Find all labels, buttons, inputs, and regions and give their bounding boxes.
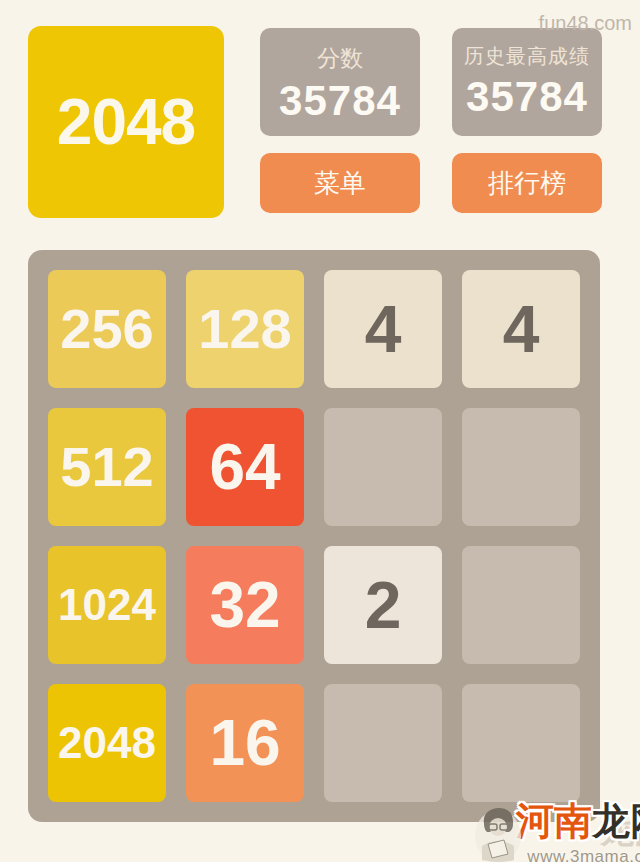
best-score-label: 历史最高成绩: [452, 43, 602, 70]
best-score-value: 35784: [452, 73, 602, 121]
empty-cell: [324, 408, 442, 526]
tile-64: 64: [186, 408, 304, 526]
tile-512: 512: [48, 408, 166, 526]
tile-128: 128: [186, 270, 304, 388]
empty-cell: [324, 684, 442, 802]
site-name-part2: 龙网: [592, 800, 640, 842]
board[interactable]: 25612844512641024322204816: [28, 250, 600, 822]
tile-4: 4: [462, 270, 580, 388]
menu-button[interactable]: 菜单: [260, 153, 420, 213]
tile-2: 2: [324, 546, 442, 664]
site-url: www.3mama.com: [516, 847, 640, 862]
site-watermark: 河南龙网 www.3mama.com: [474, 796, 640, 862]
best-score-box: 历史最高成绩 35784: [452, 28, 602, 136]
empty-cell: [462, 408, 580, 526]
tile-1024: 1024: [48, 546, 166, 664]
score-label: 分数: [260, 43, 420, 74]
logo-tile-2048: 2048: [28, 26, 224, 218]
score-value: 35784: [260, 77, 420, 125]
score-box: 分数 35784: [260, 28, 420, 136]
logo-text: 2048: [57, 85, 195, 159]
site-name: 河南龙网: [516, 796, 640, 847]
tile-32: 32: [186, 546, 304, 664]
reader-avatar-icon: [474, 802, 522, 862]
tile-2048: 2048: [48, 684, 166, 802]
leaderboard-button[interactable]: 排行榜: [452, 153, 602, 213]
tile-4: 4: [324, 270, 442, 388]
watermark-fun48: fun48.com: [539, 12, 632, 35]
empty-cell: [462, 546, 580, 664]
tile-16: 16: [186, 684, 304, 802]
tile-256: 256: [48, 270, 166, 388]
empty-cell: [462, 684, 580, 802]
site-name-part1: 河南: [516, 800, 592, 842]
